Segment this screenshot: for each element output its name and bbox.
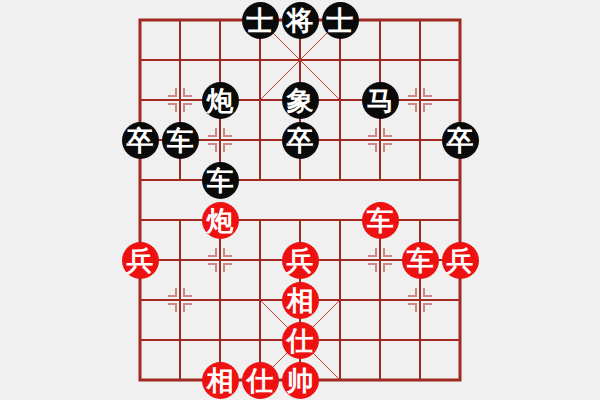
black-cannon[interactable]: 炮 [202,82,239,119]
red-elephant-2[interactable]: 相 [202,362,239,399]
xiangqi-board: 士将士炮象马卒车卒卒车炮车兵兵车兵相仕相仕帅 [0,0,600,400]
black-advisor-1[interactable]: 士 [242,2,279,39]
pieces-layer: 士将士炮象马卒车卒卒车炮车兵兵车兵相仕相仕帅 [120,0,480,400]
red-soldier-1[interactable]: 兵 [122,242,159,279]
black-advisor-2[interactable]: 士 [322,2,359,39]
red-soldier-3[interactable]: 兵 [442,242,479,279]
black-elephant[interactable]: 象 [282,82,319,119]
black-soldier-1[interactable]: 卒 [122,122,159,159]
red-chariot-2[interactable]: 车 [402,242,439,279]
black-chariot-1[interactable]: 车 [162,122,199,159]
red-elephant-1[interactable]: 相 [282,282,319,319]
black-soldier-3[interactable]: 卒 [442,122,479,159]
red-cannon[interactable]: 炮 [202,202,239,239]
red-advisor-1[interactable]: 仕 [282,322,319,359]
black-general[interactable]: 将 [282,2,319,39]
black-soldier-2[interactable]: 卒 [282,122,319,159]
red-chariot-1[interactable]: 车 [362,202,399,239]
black-chariot-2[interactable]: 车 [202,162,239,199]
red-soldier-2[interactable]: 兵 [282,242,319,279]
red-general[interactable]: 帅 [282,362,319,399]
red-advisor-2[interactable]: 仕 [242,362,279,399]
black-horse[interactable]: 马 [362,82,399,119]
